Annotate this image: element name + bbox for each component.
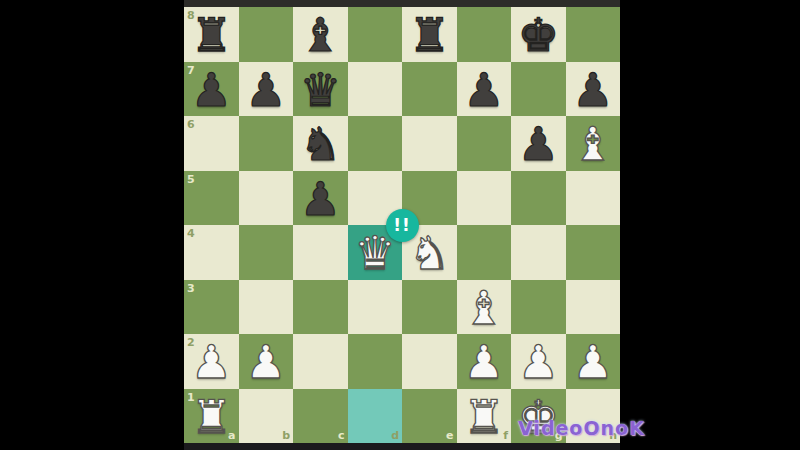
- square-e7[interactable]: [402, 62, 457, 117]
- square-g3[interactable]: [511, 280, 566, 335]
- rank-label-4: 4: [187, 228, 195, 239]
- square-e3[interactable]: [402, 280, 457, 335]
- piece-black-pawn[interactable]: ♟: [191, 67, 232, 113]
- piece-black-pawn[interactable]: ♟: [518, 121, 559, 167]
- square-e6[interactable]: [402, 116, 457, 171]
- square-f8[interactable]: [457, 7, 512, 62]
- piece-black-rook[interactable]: ♜: [409, 12, 450, 58]
- square-a4[interactable]: 4: [184, 225, 239, 280]
- square-d3[interactable]: [348, 280, 403, 335]
- square-b7[interactable]: ♟: [239, 62, 294, 117]
- piece-white-pawn[interactable]: ♟: [245, 339, 286, 385]
- rank-label-3: 3: [187, 283, 195, 294]
- piece-white-rook[interactable]: ♜: [463, 394, 504, 440]
- piece-white-knight[interactable]: ♞: [409, 230, 450, 276]
- square-f4[interactable]: [457, 225, 512, 280]
- square-c1[interactable]: c: [293, 389, 348, 444]
- square-g7[interactable]: [511, 62, 566, 117]
- screen-background: 8♜♝♜♚7♟♟♛♟♟6♞♟♝5♟4♛♞3♝2♟♟♟♟♟1a♜bcdef♜g♚h…: [0, 0, 800, 450]
- file-label-e: e: [446, 430, 453, 441]
- square-a1[interactable]: 1a♜: [184, 389, 239, 444]
- square-d8[interactable]: [348, 7, 403, 62]
- square-g8[interactable]: ♚: [511, 7, 566, 62]
- square-a5[interactable]: 5: [184, 171, 239, 226]
- square-a6[interactable]: 6: [184, 116, 239, 171]
- square-c4[interactable]: [293, 225, 348, 280]
- square-f1[interactable]: f♜: [457, 389, 512, 444]
- square-b8[interactable]: [239, 7, 294, 62]
- square-b4[interactable]: [239, 225, 294, 280]
- rank-label-5: 5: [187, 174, 195, 185]
- piece-black-king[interactable]: ♚: [518, 12, 559, 58]
- square-f2[interactable]: ♟: [457, 334, 512, 389]
- bottom-frame-strip: [184, 443, 620, 450]
- square-d6[interactable]: [348, 116, 403, 171]
- square-b3[interactable]: [239, 280, 294, 335]
- square-h6[interactable]: ♝: [566, 116, 621, 171]
- file-label-b: b: [282, 430, 290, 441]
- piece-white-queen[interactable]: ♛: [354, 230, 395, 276]
- square-c6[interactable]: ♞: [293, 116, 348, 171]
- piece-white-rook[interactable]: ♜: [191, 394, 232, 440]
- brilliant-move-label: !!: [393, 217, 411, 234]
- square-h5[interactable]: [566, 171, 621, 226]
- piece-white-pawn[interactable]: ♟: [463, 339, 504, 385]
- rank-label-6: 6: [187, 119, 195, 130]
- piece-black-pawn[interactable]: ♟: [245, 67, 286, 113]
- square-g5[interactable]: [511, 171, 566, 226]
- file-label-d: d: [391, 430, 399, 441]
- square-e2[interactable]: [402, 334, 457, 389]
- piece-black-bishop[interactable]: ♝: [300, 12, 341, 58]
- square-a2[interactable]: 2♟: [184, 334, 239, 389]
- square-f5[interactable]: [457, 171, 512, 226]
- square-h2[interactable]: ♟: [566, 334, 621, 389]
- piece-black-queen[interactable]: ♛: [300, 67, 341, 113]
- square-b2[interactable]: ♟: [239, 334, 294, 389]
- square-d2[interactable]: [348, 334, 403, 389]
- square-g4[interactable]: [511, 225, 566, 280]
- piece-white-pawn[interactable]: ♟: [572, 339, 613, 385]
- square-a7[interactable]: 7♟: [184, 62, 239, 117]
- square-h8[interactable]: [566, 7, 621, 62]
- top-frame-strip: [184, 0, 620, 7]
- square-h7[interactable]: ♟: [566, 62, 621, 117]
- square-b1[interactable]: b: [239, 389, 294, 444]
- square-e8[interactable]: ♜: [402, 7, 457, 62]
- square-f6[interactable]: [457, 116, 512, 171]
- square-a8[interactable]: 8♜: [184, 7, 239, 62]
- square-b6[interactable]: [239, 116, 294, 171]
- square-h4[interactable]: [566, 225, 621, 280]
- square-c3[interactable]: [293, 280, 348, 335]
- piece-white-pawn[interactable]: ♟: [518, 339, 559, 385]
- piece-black-pawn[interactable]: ♟: [300, 176, 341, 222]
- square-f3[interactable]: ♝: [457, 280, 512, 335]
- square-c2[interactable]: [293, 334, 348, 389]
- piece-black-rook[interactable]: ♜: [191, 12, 232, 58]
- piece-white-pawn[interactable]: ♟: [191, 339, 232, 385]
- file-label-c: c: [338, 430, 345, 441]
- square-e1[interactable]: e: [402, 389, 457, 444]
- square-a3[interactable]: 3: [184, 280, 239, 335]
- square-g2[interactable]: ♟: [511, 334, 566, 389]
- square-c5[interactable]: ♟: [293, 171, 348, 226]
- square-d7[interactable]: [348, 62, 403, 117]
- watermark-text: VideoOnoK: [518, 417, 645, 439]
- square-g6[interactable]: ♟: [511, 116, 566, 171]
- square-d1[interactable]: d: [348, 389, 403, 444]
- piece-black-knight[interactable]: ♞: [300, 121, 341, 167]
- square-b5[interactable]: [239, 171, 294, 226]
- brilliant-move-badge: !!: [386, 209, 419, 242]
- square-h3[interactable]: [566, 280, 621, 335]
- square-f7[interactable]: ♟: [457, 62, 512, 117]
- piece-white-bishop[interactable]: ♝: [463, 285, 504, 331]
- piece-black-pawn[interactable]: ♟: [463, 67, 504, 113]
- square-c8[interactable]: ♝: [293, 7, 348, 62]
- piece-white-bishop[interactable]: ♝: [572, 121, 613, 167]
- piece-black-pawn[interactable]: ♟: [572, 67, 613, 113]
- square-c7[interactable]: ♛: [293, 62, 348, 117]
- board-panel: 8♜♝♜♚7♟♟♛♟♟6♞♟♝5♟4♛♞3♝2♟♟♟♟♟1a♜bcdef♜g♚h…: [184, 0, 620, 450]
